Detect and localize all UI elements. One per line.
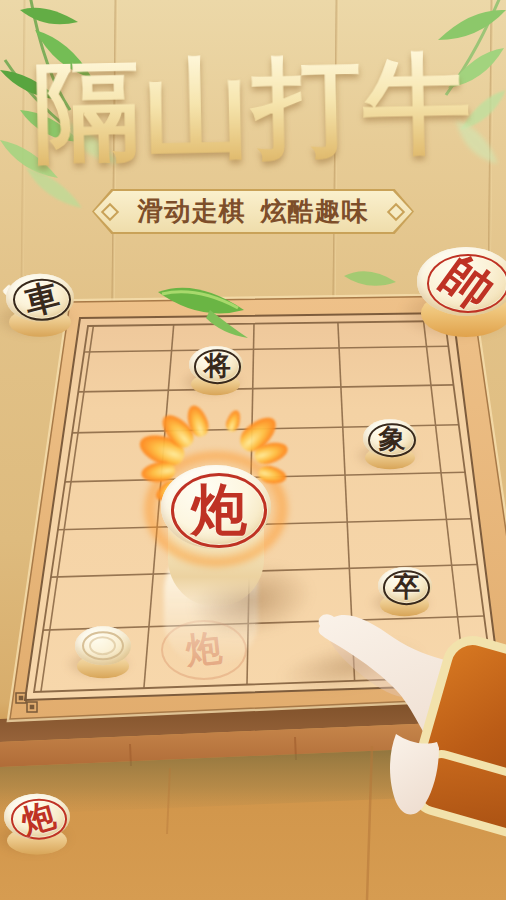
- subtitle-text: 滑动走棋 炫酷趣味: [92, 189, 414, 234]
- black-general-glyph: 将: [204, 353, 231, 380]
- piece-red-general-offboard[interactable]: 帥: [417, 247, 506, 337]
- piece-black-chariot-offboard[interactable]: 車: [6, 274, 74, 337]
- general-glyph: 帥: [434, 249, 502, 317]
- piece-ring: 炮: [11, 798, 68, 839]
- chariot-glyph: 車: [21, 279, 62, 320]
- cannon-glyph: 炮: [191, 482, 247, 538]
- piece-ring: 炮: [171, 473, 267, 548]
- piece-face: 車: [6, 274, 74, 322]
- piece-face: 象: [363, 419, 417, 457]
- piece-ring: 将: [194, 350, 241, 384]
- cannon-glyph: 炮: [19, 798, 60, 839]
- pointing-hand: [296, 596, 506, 900]
- piece-black-general[interactable]: 将: [189, 346, 243, 396]
- piece-ring: 車: [13, 278, 71, 320]
- subtitle-banner: 滑动走棋 炫酷趣味: [92, 189, 414, 234]
- page-title: 隔山打牛: [0, 39, 506, 179]
- piece-face: 炮: [161, 465, 271, 549]
- piece-ring: 象: [368, 423, 415, 457]
- piece-face: 帥: [417, 247, 506, 316]
- piece-face: 将: [189, 346, 243, 384]
- piece-face: 炮: [4, 794, 70, 840]
- promo-screen: 炮将象卒炮 車 帥 炮: [0, 0, 506, 900]
- piece-face: [75, 626, 131, 665]
- piece-black-elephant[interactable]: 象: [363, 419, 417, 469]
- flame-icon: [224, 409, 243, 434]
- piece-ring: 帥: [427, 254, 506, 313]
- piece-blank-piece[interactable]: [75, 626, 131, 678]
- piece-red-cannon-offboard[interactable]: 炮: [4, 794, 70, 855]
- black-elephant-glyph: 象: [379, 427, 406, 454]
